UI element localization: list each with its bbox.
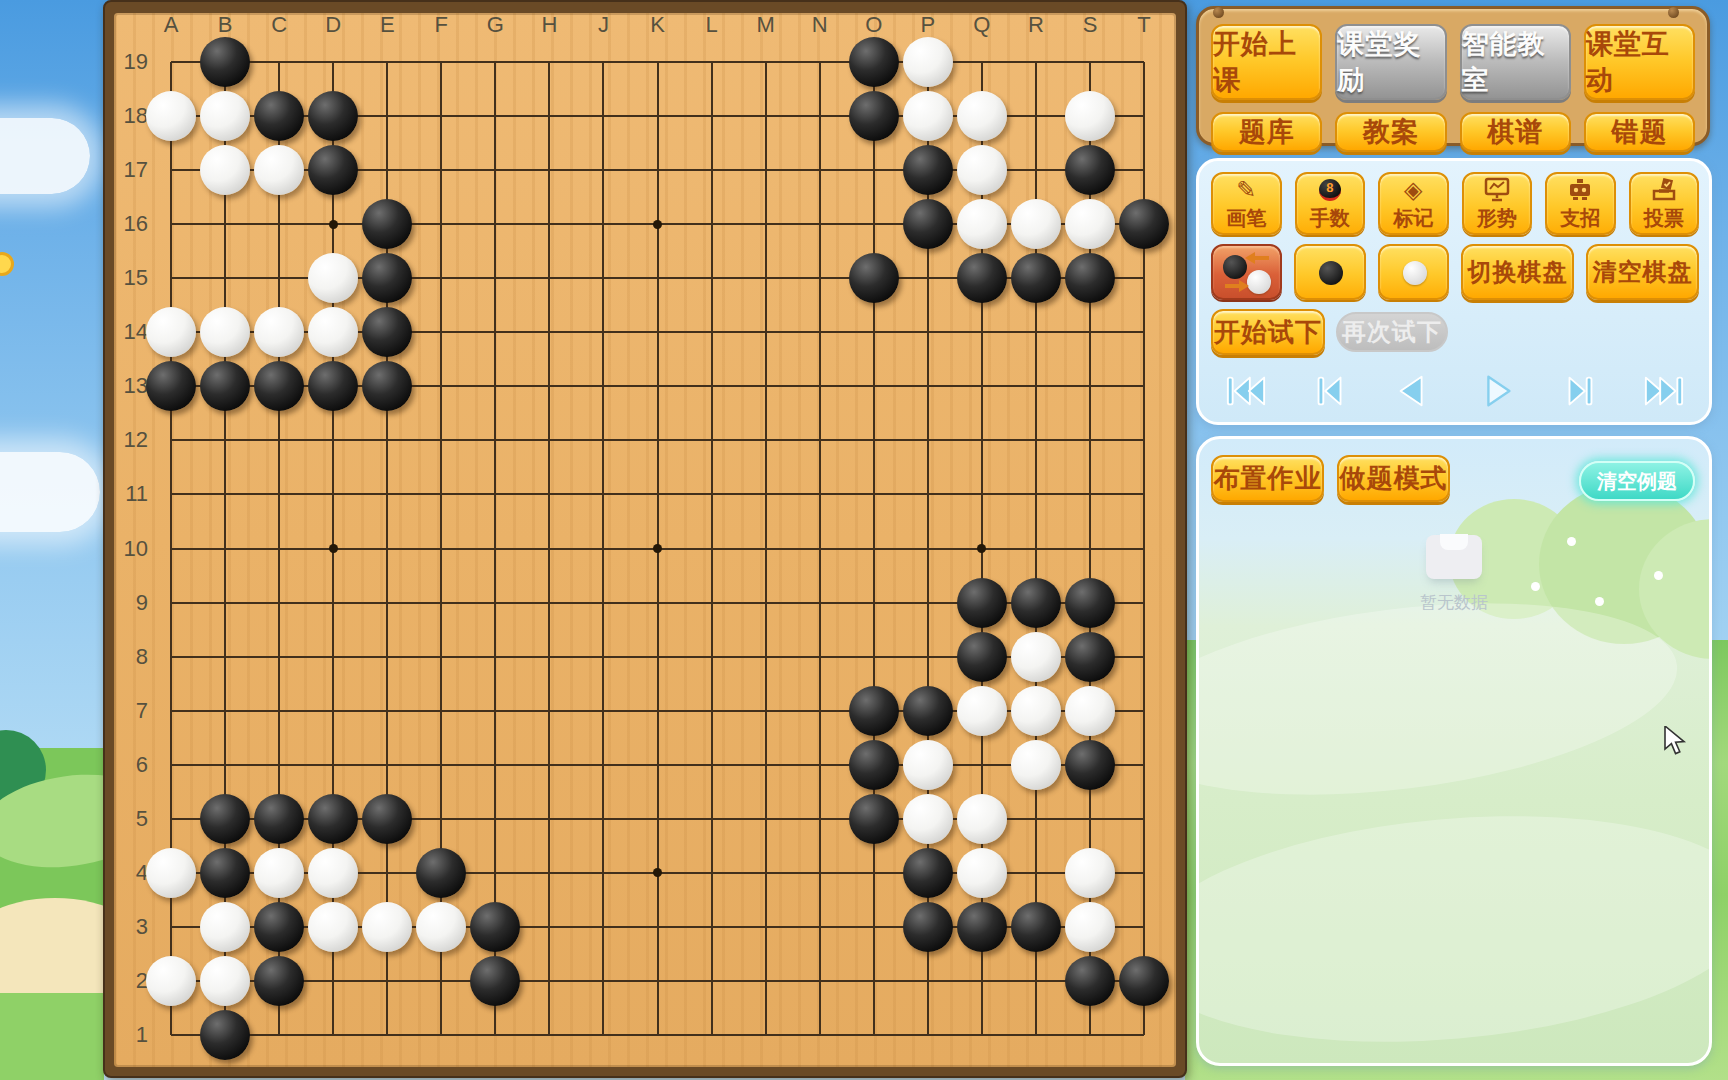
row-label: 1 bbox=[100, 1022, 148, 1048]
star-point bbox=[977, 544, 986, 553]
step-forward-icon[interactable] bbox=[1476, 373, 1518, 409]
white-stone bbox=[957, 91, 1007, 141]
black-stone bbox=[254, 956, 304, 1006]
star-point bbox=[329, 544, 338, 553]
black-stone bbox=[957, 902, 1007, 952]
column-label: L bbox=[698, 12, 726, 38]
tool-label: 标记 bbox=[1393, 205, 1433, 232]
black-stone bbox=[362, 307, 412, 357]
grid-line bbox=[171, 1034, 1144, 1036]
black-stone bbox=[1065, 145, 1115, 195]
white-stone bbox=[362, 902, 412, 952]
white-stone bbox=[308, 253, 358, 303]
white-stone bbox=[146, 91, 196, 141]
black-stone bbox=[957, 632, 1007, 682]
white-stone bbox=[1011, 686, 1061, 736]
assign-homework-button[interactable]: 布置作业 bbox=[1211, 455, 1324, 502]
column-label: T bbox=[1130, 12, 1158, 38]
column-label: B bbox=[211, 12, 239, 38]
column-label: D bbox=[319, 12, 347, 38]
white-stone bbox=[254, 307, 304, 357]
black-stone bbox=[254, 361, 304, 411]
black-stone bbox=[849, 794, 899, 844]
column-label: M bbox=[752, 12, 780, 38]
row-label: 15 bbox=[100, 265, 148, 291]
tool-label: 支招 bbox=[1560, 205, 1600, 232]
column-label: S bbox=[1076, 12, 1104, 38]
nail-icon bbox=[1668, 7, 1679, 18]
row-label: 6 bbox=[100, 752, 148, 778]
column-label: G bbox=[481, 12, 509, 38]
white-stone bbox=[146, 848, 196, 898]
white-stone bbox=[1065, 848, 1115, 898]
row-label: 14 bbox=[100, 319, 148, 345]
row-label: 2 bbox=[100, 968, 148, 994]
black-stone bbox=[903, 686, 953, 736]
brush-tool-button[interactable]: ✎ 画笔 bbox=[1211, 172, 1282, 235]
black-stone bbox=[308, 794, 358, 844]
black-stone bbox=[362, 253, 412, 303]
row-label: 12 bbox=[100, 427, 148, 453]
white-stone bbox=[903, 91, 953, 141]
row-label: 16 bbox=[100, 211, 148, 237]
go-to-end-icon[interactable] bbox=[1643, 373, 1685, 409]
row-label: 13 bbox=[100, 373, 148, 399]
move-number-icon: 8 bbox=[1319, 176, 1341, 204]
row-label: 7 bbox=[100, 698, 148, 724]
black-stone bbox=[1011, 902, 1061, 952]
white-stone bbox=[254, 145, 304, 195]
black-stone bbox=[1065, 740, 1115, 790]
column-label: R bbox=[1022, 12, 1050, 38]
black-stone bbox=[1011, 253, 1061, 303]
black-stone bbox=[849, 253, 899, 303]
alternate-stones-button[interactable] bbox=[1211, 244, 1282, 300]
column-label: C bbox=[265, 12, 293, 38]
clear-board-button[interactable]: 清空棋盘 bbox=[1586, 244, 1699, 300]
black-stone bbox=[416, 848, 466, 898]
black-stone bbox=[362, 199, 412, 249]
start-trial-button[interactable]: 开始试下 bbox=[1211, 309, 1325, 355]
hill-highlight bbox=[1196, 792, 1712, 1065]
star-point bbox=[653, 868, 662, 877]
step-back-icon[interactable] bbox=[1392, 373, 1434, 409]
star-point bbox=[653, 220, 662, 229]
star-point bbox=[329, 220, 338, 229]
mark-icon: ◈ bbox=[1404, 176, 1422, 204]
black-stone bbox=[903, 145, 953, 195]
black-stone bbox=[903, 199, 953, 249]
grid-line bbox=[171, 980, 1144, 982]
white-stone bbox=[200, 145, 250, 195]
black-stone bbox=[200, 361, 250, 411]
black-stone bbox=[308, 91, 358, 141]
white-stone bbox=[416, 902, 466, 952]
black-stone bbox=[849, 686, 899, 736]
black-stone bbox=[1119, 199, 1169, 249]
column-label: P bbox=[914, 12, 942, 38]
column-label: Q bbox=[968, 12, 996, 38]
practice-mode-button[interactable]: 做题模式 bbox=[1337, 455, 1450, 502]
white-stone bbox=[903, 37, 953, 87]
lesson-plan-button[interactable]: 教案 bbox=[1335, 112, 1446, 152]
empty-text: 暂无数据 bbox=[1420, 591, 1488, 614]
territory-chart-icon bbox=[1484, 176, 1510, 204]
white-stone bbox=[1011, 199, 1061, 249]
white-stone bbox=[308, 307, 358, 357]
black-stone bbox=[470, 902, 520, 952]
black-stone-button[interactable] bbox=[1294, 244, 1365, 300]
black-stone bbox=[957, 253, 1007, 303]
black-stone bbox=[254, 902, 304, 952]
row-label: 3 bbox=[100, 914, 148, 940]
brush-icon: ✎ bbox=[1236, 176, 1256, 204]
tool-label: 手数 bbox=[1310, 205, 1350, 232]
tool-label: 形势 bbox=[1477, 205, 1517, 232]
black-stone bbox=[1065, 578, 1115, 628]
black-stone bbox=[254, 91, 304, 141]
tools-panel: ✎ 画笔 8 手数 ◈ 标记 形势 bbox=[1196, 158, 1712, 425]
row-label: 4 bbox=[100, 860, 148, 886]
white-stone bbox=[957, 686, 1007, 736]
white-stone-icon bbox=[1403, 261, 1427, 285]
black-stone-icon bbox=[1319, 261, 1343, 285]
black-stone bbox=[849, 740, 899, 790]
switch-board-button[interactable]: 切换棋盘 bbox=[1461, 244, 1574, 300]
white-stone bbox=[1065, 686, 1115, 736]
white-stone bbox=[957, 199, 1007, 249]
black-stone bbox=[200, 1010, 250, 1060]
nail-icon bbox=[1213, 7, 1224, 18]
retry-trial-button[interactable]: 再次试下 bbox=[1336, 312, 1448, 352]
black-stone bbox=[200, 848, 250, 898]
white-stone bbox=[957, 794, 1007, 844]
territory-tool-button[interactable]: 形势 bbox=[1462, 172, 1533, 235]
row-label: 19 bbox=[100, 49, 148, 75]
white-stone bbox=[146, 956, 196, 1006]
class-interaction-button[interactable]: 课堂互动 bbox=[1584, 24, 1695, 100]
column-label: A bbox=[157, 12, 185, 38]
start-class-button[interactable]: 开始上课 bbox=[1211, 24, 1322, 100]
white-stone-button[interactable] bbox=[1378, 244, 1449, 300]
tool-label: 投票 bbox=[1644, 205, 1684, 232]
clear-examples-button[interactable]: 清空例题 bbox=[1579, 461, 1695, 501]
white-stone bbox=[1065, 902, 1115, 952]
row-label: 17 bbox=[100, 157, 148, 183]
class-toolbar-panel: 开始上课 课堂奖励 智能教室 课堂互动 题库 教案 棋谱 错题 bbox=[1196, 6, 1710, 146]
black-stone bbox=[849, 91, 899, 141]
white-stone bbox=[1011, 740, 1061, 790]
white-stone bbox=[200, 902, 250, 952]
black-stone bbox=[1065, 253, 1115, 303]
black-stone bbox=[362, 361, 412, 411]
next-marker-icon[interactable] bbox=[1559, 373, 1601, 409]
go-to-start-icon[interactable] bbox=[1225, 373, 1267, 409]
column-label: N bbox=[806, 12, 834, 38]
class-reward-button[interactable]: 课堂奖励 bbox=[1335, 24, 1446, 100]
black-stone bbox=[200, 794, 250, 844]
white-stone bbox=[308, 902, 358, 952]
wrong-problems-button[interactable]: 错题 bbox=[1584, 112, 1695, 152]
homework-panel: 布置作业 做题模式 清空例题 暂无数据 bbox=[1196, 436, 1712, 1066]
white-stone bbox=[1065, 199, 1115, 249]
smart-classroom-button[interactable]: 智能教室 bbox=[1460, 24, 1571, 100]
vote-ballot-icon bbox=[1651, 176, 1677, 204]
column-label: F bbox=[427, 12, 455, 38]
mark-tool-button[interactable]: ◈ 标记 bbox=[1378, 172, 1449, 235]
row-label: 11 bbox=[100, 481, 148, 507]
empty-tray-icon bbox=[1426, 535, 1482, 579]
prev-marker-icon[interactable] bbox=[1309, 373, 1351, 409]
white-stone bbox=[200, 956, 250, 1006]
column-label: K bbox=[644, 12, 672, 38]
white-stone bbox=[903, 794, 953, 844]
hint-robot-icon bbox=[1567, 176, 1593, 204]
swap-arrows-icon bbox=[1213, 246, 1281, 298]
black-stone bbox=[1065, 632, 1115, 682]
white-stone bbox=[146, 307, 196, 357]
white-stone bbox=[957, 145, 1007, 195]
black-stone bbox=[362, 794, 412, 844]
hint-tool-button[interactable]: 支招 bbox=[1545, 172, 1616, 235]
black-stone bbox=[254, 794, 304, 844]
row-label: 5 bbox=[100, 806, 148, 832]
problem-bank-button[interactable]: 题库 bbox=[1211, 112, 1322, 152]
column-label: J bbox=[589, 12, 617, 38]
row-label: 8 bbox=[100, 644, 148, 670]
column-label: E bbox=[373, 12, 401, 38]
row-label: 9 bbox=[100, 590, 148, 616]
white-stone bbox=[200, 91, 250, 141]
black-stone bbox=[308, 145, 358, 195]
black-stone bbox=[1119, 956, 1169, 1006]
black-stone bbox=[200, 37, 250, 87]
grid-line bbox=[819, 62, 821, 1035]
empty-state: 暂无数据 bbox=[1199, 535, 1709, 614]
white-stone bbox=[1011, 632, 1061, 682]
black-stone bbox=[957, 578, 1007, 628]
black-stone bbox=[903, 902, 953, 952]
row-label: 18 bbox=[100, 103, 148, 129]
column-label: H bbox=[535, 12, 563, 38]
grid-line bbox=[765, 62, 767, 1035]
vote-tool-button[interactable]: 投票 bbox=[1629, 172, 1700, 235]
move-number-tool-button[interactable]: 8 手数 bbox=[1295, 172, 1366, 235]
black-stone bbox=[470, 956, 520, 1006]
grid-line bbox=[873, 62, 875, 1035]
white-stone bbox=[254, 848, 304, 898]
white-stone bbox=[903, 740, 953, 790]
white-stone bbox=[1065, 91, 1115, 141]
game-record-button[interactable]: 棋谱 bbox=[1460, 112, 1571, 152]
star-point bbox=[653, 544, 662, 553]
row-label: 10 bbox=[100, 536, 148, 562]
black-stone bbox=[146, 361, 196, 411]
go-teaching-app: { "game": "go", "board": { "size": 19, "… bbox=[0, 0, 1728, 1080]
white-stone bbox=[200, 307, 250, 357]
grid-line bbox=[711, 62, 713, 1035]
grid-line bbox=[171, 764, 1144, 766]
black-stone bbox=[1011, 578, 1061, 628]
black-stone bbox=[849, 37, 899, 87]
black-stone bbox=[308, 361, 358, 411]
white-stone bbox=[957, 848, 1007, 898]
black-stone bbox=[1065, 956, 1115, 1006]
white-stone bbox=[308, 848, 358, 898]
black-stone bbox=[903, 848, 953, 898]
tool-label: 画笔 bbox=[1226, 205, 1266, 232]
column-label: O bbox=[860, 12, 888, 38]
